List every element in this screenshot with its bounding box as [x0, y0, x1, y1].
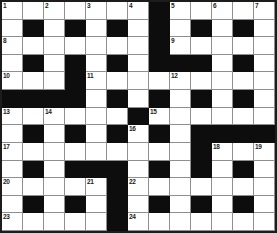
block-r11c9 — [191, 196, 212, 214]
clue-number-16: 16 — [129, 125, 136, 133]
cell-r5c10[interactable] — [212, 90, 233, 108]
block-r12c5 — [107, 213, 128, 231]
cell-r4c8[interactable]: 12 — [170, 72, 191, 90]
cell-r8c7[interactable] — [149, 143, 170, 161]
block-r11c5 — [107, 196, 128, 214]
clue-number-19: 19 — [255, 143, 262, 151]
clue-number-18: 18 — [213, 143, 220, 151]
clue-number-5: 5 — [171, 2, 174, 10]
cell-r2c3[interactable] — [65, 37, 86, 55]
cell-r4c1[interactable] — [23, 72, 44, 90]
cell-r10c9[interactable] — [191, 178, 212, 196]
clue-number-17: 17 — [3, 143, 10, 151]
cell-r4c4[interactable]: 11 — [86, 72, 107, 90]
cell-r10c3[interactable] — [65, 178, 86, 196]
cell-r0c3[interactable] — [65, 2, 86, 20]
cell-r10c6[interactable]: 22 — [128, 178, 149, 196]
cell-r11c12[interactable] — [254, 196, 275, 214]
clue-number-24: 24 — [129, 213, 136, 221]
clue-number-9: 9 — [171, 37, 174, 45]
cell-r0c12[interactable]: 7 — [254, 2, 275, 20]
cell-r1c2[interactable] — [44, 20, 65, 38]
block-r7c5 — [107, 125, 128, 143]
cell-r12c2[interactable] — [44, 213, 65, 231]
cell-r8c4[interactable] — [86, 143, 107, 161]
cell-r10c7[interactable] — [149, 178, 170, 196]
cell-r8c8[interactable] — [170, 143, 191, 161]
cell-r3c10[interactable] — [212, 55, 233, 73]
cell-r1c4[interactable] — [86, 20, 107, 38]
cell-r8c12[interactable]: 19 — [254, 143, 275, 161]
cell-r9c6[interactable] — [128, 161, 149, 179]
cell-r9c8[interactable] — [170, 161, 191, 179]
block-r9c1 — [23, 161, 44, 179]
cell-r2c10[interactable] — [212, 37, 233, 55]
block-r7c1 — [23, 125, 44, 143]
clue-number-13: 13 — [3, 108, 10, 116]
cell-r6c3[interactable] — [65, 108, 86, 126]
cell-r9c2[interactable] — [44, 161, 65, 179]
block-r5c3 — [65, 90, 86, 108]
cell-r7c4[interactable] — [86, 125, 107, 143]
cell-r4c11[interactable] — [233, 72, 254, 90]
block-r0c7 — [149, 2, 170, 20]
cell-r2c2[interactable] — [44, 37, 65, 55]
cell-r12c11[interactable] — [233, 213, 254, 231]
cell-r8c3[interactable] — [65, 143, 86, 161]
clue-number-20: 20 — [3, 178, 10, 186]
cell-r2c11[interactable] — [233, 37, 254, 55]
block-r6c6 — [128, 108, 149, 126]
cell-r1c0[interactable] — [2, 20, 23, 38]
block-r1c9 — [191, 20, 212, 38]
cell-r6c5[interactable] — [107, 108, 128, 126]
cell-r1c8[interactable] — [170, 20, 191, 38]
block-r5c0 — [2, 90, 23, 108]
cell-r4c2[interactable] — [44, 72, 65, 90]
block-r5c2 — [44, 90, 65, 108]
cell-r11c4[interactable] — [86, 196, 107, 214]
crossword-page: 123456789101112131415161718192021222324 — [0, 0, 277, 233]
cell-r4c12[interactable] — [254, 72, 275, 90]
cell-r10c8[interactable] — [170, 178, 191, 196]
block-r5c7 — [149, 90, 170, 108]
block-r9c3 — [65, 161, 86, 179]
clue-number-6: 6 — [213, 2, 216, 10]
cell-r12c6[interactable]: 24 — [128, 213, 149, 231]
block-r5c5 — [107, 90, 128, 108]
cell-r5c4[interactable] — [86, 90, 107, 108]
clue-number-4: 4 — [129, 2, 132, 10]
block-r3c11 — [233, 55, 254, 73]
block-r7c11 — [233, 125, 254, 143]
block-r1c5 — [107, 20, 128, 38]
cell-r10c12[interactable] — [254, 178, 275, 196]
block-r4c3 — [65, 72, 86, 90]
cell-r6c7[interactable]: 15 — [149, 108, 170, 126]
cell-r2c1[interactable] — [23, 37, 44, 55]
cell-r1c10[interactable] — [212, 20, 233, 38]
cell-r8c10[interactable]: 18 — [212, 143, 233, 161]
block-r5c1 — [23, 90, 44, 108]
block-r5c9 — [191, 90, 212, 108]
cell-r4c6[interactable] — [128, 72, 149, 90]
cell-r12c9[interactable] — [191, 213, 212, 231]
cell-r2c6[interactable] — [128, 37, 149, 55]
cell-r7c0[interactable] — [2, 125, 23, 143]
cell-r3c12[interactable] — [254, 55, 275, 73]
cell-r2c12[interactable] — [254, 37, 275, 55]
block-r3c8 — [170, 55, 191, 73]
cell-r1c12[interactable] — [254, 20, 275, 38]
block-r3c5 — [107, 55, 128, 73]
cell-r0c8[interactable]: 5 — [170, 2, 191, 20]
cell-r9c0[interactable] — [2, 161, 23, 179]
clue-number-22: 22 — [129, 178, 136, 186]
block-r11c11 — [233, 196, 254, 214]
cell-r1c6[interactable] — [128, 20, 149, 38]
block-r3c3 — [65, 55, 86, 73]
cell-r2c5[interactable] — [107, 37, 128, 55]
cell-r9c12[interactable] — [254, 161, 275, 179]
block-r1c1 — [23, 20, 44, 38]
block-r11c3 — [65, 196, 86, 214]
cell-r8c0[interactable]: 17 — [2, 143, 23, 161]
block-r5c11 — [233, 90, 254, 108]
cell-r9c10[interactable] — [212, 161, 233, 179]
block-r11c1 — [23, 196, 44, 214]
cell-r0c1[interactable] — [23, 2, 44, 20]
block-r7c3 — [65, 125, 86, 143]
cell-r10c4[interactable]: 21 — [86, 178, 107, 196]
cell-r8c11[interactable] — [233, 143, 254, 161]
cell-r0c11[interactable] — [233, 2, 254, 20]
cell-r4c10[interactable] — [212, 72, 233, 90]
block-r3c1 — [23, 55, 44, 73]
cell-r8c5[interactable] — [107, 143, 128, 161]
cell-r6c9[interactable] — [191, 108, 212, 126]
cell-r5c12[interactable] — [254, 90, 275, 108]
cell-r5c8[interactable] — [170, 90, 191, 108]
cell-r2c4[interactable] — [86, 37, 107, 55]
cell-r5c6[interactable] — [128, 90, 149, 108]
block-r7c9 — [191, 125, 212, 143]
cell-r11c8[interactable] — [170, 196, 191, 214]
block-r2c7 — [149, 37, 170, 55]
cell-r6c0[interactable]: 13 — [2, 108, 23, 126]
cell-r2c8[interactable]: 9 — [170, 37, 191, 55]
cell-r12c12[interactable] — [254, 213, 275, 231]
cell-r6c2[interactable]: 14 — [44, 108, 65, 126]
block-r9c4 — [86, 161, 107, 179]
cell-r2c9[interactable] — [191, 37, 212, 55]
cell-r4c0[interactable]: 10 — [2, 72, 23, 90]
cell-r11c0[interactable] — [2, 196, 23, 214]
cell-r12c8[interactable] — [170, 213, 191, 231]
cell-r8c6[interactable] — [128, 143, 149, 161]
cell-r6c10[interactable] — [212, 108, 233, 126]
clue-number-12: 12 — [171, 72, 178, 80]
block-r7c7 — [149, 125, 170, 143]
clue-number-23: 23 — [3, 213, 10, 221]
cell-r11c6[interactable] — [128, 196, 149, 214]
block-r3c7 — [149, 55, 170, 73]
cell-r6c4[interactable] — [86, 108, 107, 126]
cell-r7c8[interactable] — [170, 125, 191, 143]
cell-r10c11[interactable] — [233, 178, 254, 196]
block-r9c7 — [149, 161, 170, 179]
block-r11c7 — [149, 196, 170, 214]
cell-r2c0[interactable]: 8 — [2, 37, 23, 55]
cell-r3c4[interactable] — [86, 55, 107, 73]
cell-r3c2[interactable] — [44, 55, 65, 73]
cell-r12c10[interactable] — [212, 213, 233, 231]
block-r8c9 — [191, 143, 212, 161]
block-r1c11 — [233, 20, 254, 38]
cell-r10c0[interactable]: 20 — [2, 178, 23, 196]
cell-r10c1[interactable] — [23, 178, 44, 196]
clue-number-2: 2 — [45, 2, 48, 10]
cell-r12c4[interactable] — [86, 213, 107, 231]
cell-r12c0[interactable]: 23 — [2, 213, 23, 231]
clue-number-7: 7 — [255, 2, 258, 10]
cell-r6c11[interactable] — [233, 108, 254, 126]
clue-number-11: 11 — [87, 72, 93, 80]
clue-number-15: 15 — [150, 108, 157, 116]
cell-r8c1[interactable] — [23, 143, 44, 161]
clue-number-14: 14 — [45, 108, 52, 116]
cell-r11c2[interactable] — [44, 196, 65, 214]
cell-r3c6[interactable] — [128, 55, 149, 73]
cell-r6c8[interactable] — [170, 108, 191, 126]
cell-r6c1[interactable] — [23, 108, 44, 126]
clue-number-21: 21 — [87, 178, 94, 186]
clue-number-1: 1 — [3, 2, 6, 10]
block-r9c9 — [191, 161, 212, 179]
block-r3c9 — [191, 55, 212, 73]
cell-r0c10[interactable]: 6 — [212, 2, 233, 20]
cell-r4c5[interactable] — [107, 72, 128, 90]
block-r1c7 — [149, 20, 170, 38]
block-r1c3 — [65, 20, 86, 38]
block-r7c12 — [254, 125, 275, 143]
cell-r12c1[interactable] — [23, 213, 44, 231]
cell-r10c2[interactable] — [44, 178, 65, 196]
cell-r0c5[interactable] — [107, 2, 128, 20]
block-r9c11 — [233, 161, 254, 179]
cell-r4c9[interactable] — [191, 72, 212, 90]
clue-number-3: 3 — [87, 2, 90, 10]
cell-r12c7[interactable] — [149, 213, 170, 231]
crossword-grid: 123456789101112131415161718192021222324 — [0, 0, 277, 233]
cell-r0c6[interactable]: 4 — [128, 2, 149, 20]
block-r9c5 — [107, 161, 128, 179]
cell-r0c0[interactable]: 1 — [2, 2, 23, 20]
cell-r0c4[interactable]: 3 — [86, 2, 107, 20]
cell-r12c3[interactable] — [65, 213, 86, 231]
cell-r10c10[interactable] — [212, 178, 233, 196]
cell-r4c7[interactable] — [149, 72, 170, 90]
cell-r3c0[interactable] — [2, 55, 23, 73]
cell-r7c6[interactable]: 16 — [128, 125, 149, 143]
clue-number-10: 10 — [3, 72, 10, 80]
block-r10c5 — [107, 178, 128, 196]
cell-r6c12[interactable] — [254, 108, 275, 126]
cell-r0c2[interactable]: 2 — [44, 2, 65, 20]
cell-r11c10[interactable] — [212, 196, 233, 214]
cell-r0c9[interactable] — [191, 2, 212, 20]
cell-r8c2[interactable] — [44, 143, 65, 161]
block-r7c10 — [212, 125, 233, 143]
clue-number-8: 8 — [3, 37, 6, 45]
cell-r7c2[interactable] — [44, 125, 65, 143]
